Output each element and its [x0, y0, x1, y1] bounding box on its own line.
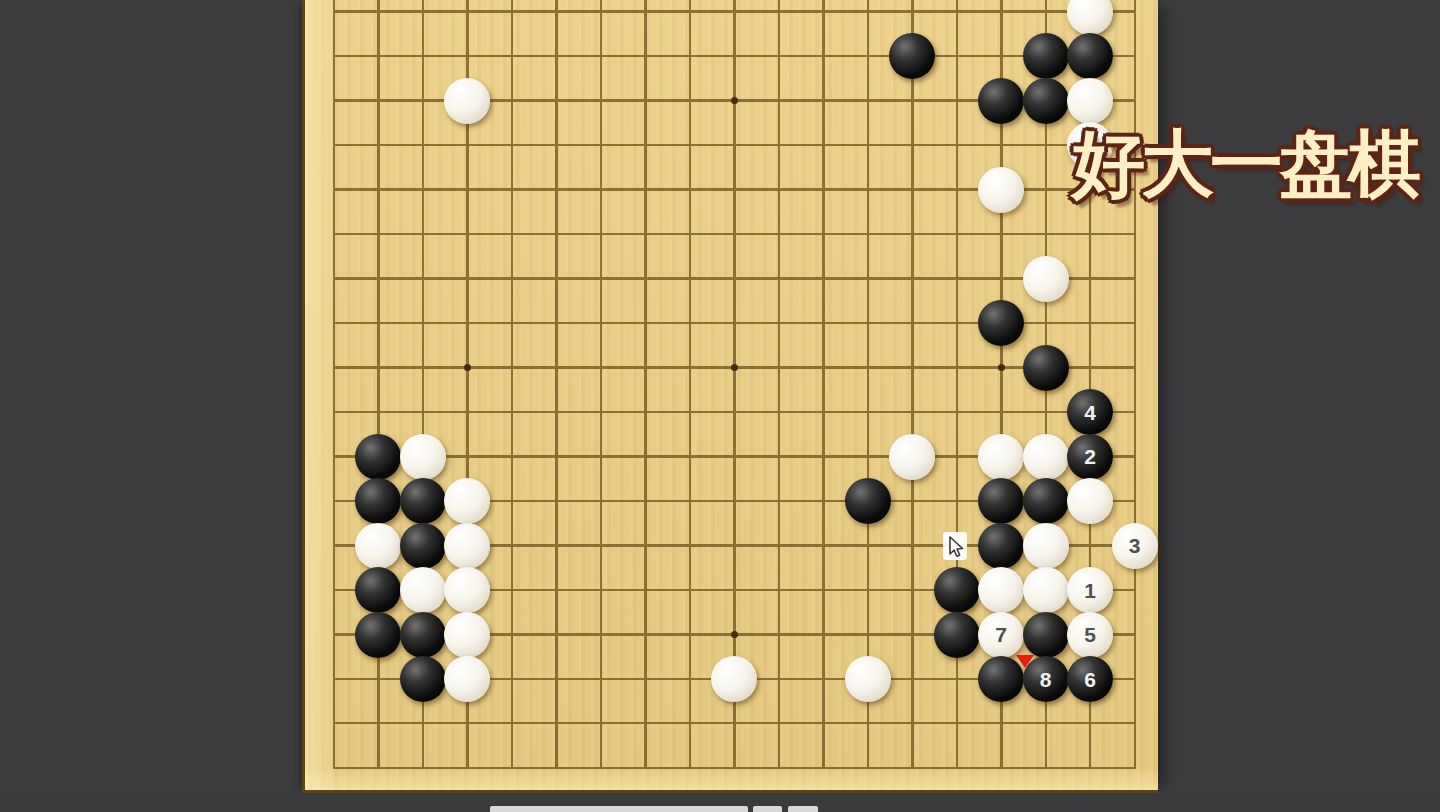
stone-black: [1023, 78, 1069, 124]
stone-black: [889, 33, 935, 79]
stone-black: [355, 612, 401, 658]
stone-black: [978, 523, 1024, 569]
move-number: 8: [1040, 669, 1052, 690]
stone-black: [1023, 478, 1069, 524]
stone-white: [444, 78, 490, 124]
move-number: 5: [1084, 624, 1096, 645]
stone-black: [355, 434, 401, 480]
mouse-cursor: [943, 532, 969, 562]
stone-white: [1023, 256, 1069, 302]
toolbar-button[interactable]: [788, 806, 818, 812]
stone-white: [355, 523, 401, 569]
stone-black: [400, 656, 446, 702]
star-point: [731, 364, 738, 371]
stone-white: [978, 434, 1024, 480]
stone-white: [400, 567, 446, 613]
bottom-toolbar: [0, 793, 1440, 812]
stone-white: [444, 478, 490, 524]
stone-white: [1023, 567, 1069, 613]
star-point: [464, 364, 471, 371]
stone-black: [400, 478, 446, 524]
stone-black: [1067, 33, 1113, 79]
stone-black: [400, 523, 446, 569]
board-edge-highlight-left: [305, 0, 332, 790]
screen: 42317586 好大一盘棋: [0, 0, 1440, 812]
stone-white: [444, 656, 490, 702]
stone-black: 2: [1067, 434, 1113, 480]
stone-white: [889, 434, 935, 480]
move-number: 1: [1084, 580, 1096, 601]
stone-black: [355, 567, 401, 613]
stone-white: [444, 523, 490, 569]
overlay-caption: 好大一盘棋: [1072, 126, 1432, 203]
stone-white: [845, 656, 891, 702]
stone-white: [444, 612, 490, 658]
stone-black: [934, 612, 980, 658]
stone-black: [845, 478, 891, 524]
stone-white: [978, 567, 1024, 613]
stone-white: 7: [978, 612, 1024, 658]
stone-black: 4: [1067, 389, 1113, 435]
move-number: 4: [1084, 402, 1096, 423]
stone-white: [711, 656, 757, 702]
stone-white: 3: [1112, 523, 1158, 569]
stone-black: [978, 300, 1024, 346]
stone-white: [400, 434, 446, 480]
stone-white: 5: [1067, 612, 1113, 658]
stone-white: [1067, 78, 1113, 124]
move-number: 2: [1084, 446, 1096, 467]
star-point: [731, 631, 738, 638]
stone-white: [444, 567, 490, 613]
stone-black: [1023, 345, 1069, 391]
stone-black: [1023, 33, 1069, 79]
stone-black: 6: [1067, 656, 1113, 702]
move-number: 6: [1084, 669, 1096, 690]
stone-white: 1: [1067, 567, 1113, 613]
stone-black: [978, 478, 1024, 524]
stone-black: [978, 78, 1024, 124]
move-number: 3: [1129, 535, 1141, 556]
star-point: [998, 364, 1005, 371]
last-move-marker: [1016, 655, 1034, 668]
star-point: [731, 97, 738, 104]
stone-white: [1023, 434, 1069, 480]
stone-black: [355, 478, 401, 524]
stone-black: [934, 567, 980, 613]
toolbar-button[interactable]: [490, 806, 748, 812]
stone-black: [400, 612, 446, 658]
toolbar-button[interactable]: [753, 806, 782, 812]
stone-white: [1023, 523, 1069, 569]
stone-black: [1023, 612, 1069, 658]
stone-white: [1067, 478, 1113, 524]
stone-white: [978, 167, 1024, 213]
board-edge-highlight-bottom: [305, 771, 1158, 790]
move-number: 7: [995, 624, 1007, 645]
